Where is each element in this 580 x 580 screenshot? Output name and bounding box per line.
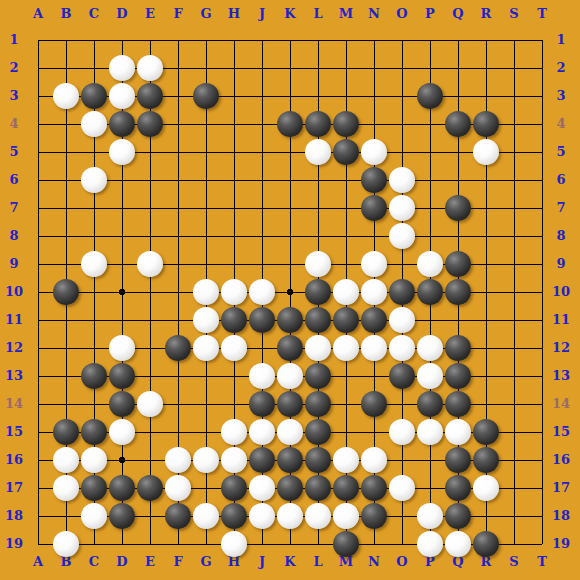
intersection-D8[interactable]	[108, 222, 136, 250]
intersection-D7[interactable]	[108, 194, 136, 222]
intersection-H13[interactable]	[220, 362, 248, 390]
intersection-D10[interactable]	[108, 278, 136, 306]
intersection-Q16[interactable]	[444, 446, 472, 474]
intersection-A16[interactable]	[24, 446, 52, 474]
intersection-F13[interactable]	[164, 362, 192, 390]
intersection-E11[interactable]	[136, 306, 164, 334]
intersection-B4[interactable]	[52, 110, 80, 138]
intersection-Q6[interactable]	[444, 166, 472, 194]
intersection-O17[interactable]	[388, 474, 416, 502]
intersection-H19[interactable]	[220, 530, 248, 558]
intersection-F19[interactable]	[164, 530, 192, 558]
intersection-S15[interactable]	[500, 418, 528, 446]
intersection-D9[interactable]	[108, 250, 136, 278]
intersection-R19[interactable]	[472, 530, 500, 558]
intersection-M18[interactable]	[332, 502, 360, 530]
intersection-A3[interactable]	[24, 82, 52, 110]
intersection-B18[interactable]	[52, 502, 80, 530]
intersection-A2[interactable]	[24, 54, 52, 82]
intersection-S6[interactable]	[500, 166, 528, 194]
intersection-M5[interactable]	[332, 138, 360, 166]
intersection-E10[interactable]	[136, 278, 164, 306]
intersection-K8[interactable]	[276, 222, 304, 250]
intersection-G1[interactable]	[192, 26, 220, 54]
intersection-O6[interactable]	[388, 166, 416, 194]
intersection-M8[interactable]	[332, 222, 360, 250]
intersection-C11[interactable]	[80, 306, 108, 334]
intersection-B6[interactable]	[52, 166, 80, 194]
intersection-B1[interactable]	[52, 26, 80, 54]
intersection-G2[interactable]	[192, 54, 220, 82]
intersection-G14[interactable]	[192, 390, 220, 418]
intersection-A4[interactable]	[24, 110, 52, 138]
intersection-R9[interactable]	[472, 250, 500, 278]
intersection-E6[interactable]	[136, 166, 164, 194]
intersection-C15[interactable]	[80, 418, 108, 446]
intersection-S4[interactable]	[500, 110, 528, 138]
intersection-H18[interactable]	[220, 502, 248, 530]
intersection-L9[interactable]	[304, 250, 332, 278]
intersection-K7[interactable]	[276, 194, 304, 222]
intersection-F9[interactable]	[164, 250, 192, 278]
intersection-Q14[interactable]	[444, 390, 472, 418]
intersection-O8[interactable]	[388, 222, 416, 250]
intersection-C9[interactable]	[80, 250, 108, 278]
intersection-N7[interactable]	[360, 194, 388, 222]
intersection-O12[interactable]	[388, 334, 416, 362]
intersection-R18[interactable]	[472, 502, 500, 530]
intersection-T19[interactable]	[528, 530, 556, 558]
intersection-N11[interactable]	[360, 306, 388, 334]
intersection-R14[interactable]	[472, 390, 500, 418]
intersection-S9[interactable]	[500, 250, 528, 278]
intersection-K12[interactable]	[276, 334, 304, 362]
intersection-S3[interactable]	[500, 82, 528, 110]
intersection-L8[interactable]	[304, 222, 332, 250]
intersection-Q8[interactable]	[444, 222, 472, 250]
intersection-R12[interactable]	[472, 334, 500, 362]
intersection-F11[interactable]	[164, 306, 192, 334]
intersection-M15[interactable]	[332, 418, 360, 446]
intersection-Q12[interactable]	[444, 334, 472, 362]
intersection-G16[interactable]	[192, 446, 220, 474]
intersection-P5[interactable]	[416, 138, 444, 166]
intersection-K3[interactable]	[276, 82, 304, 110]
intersection-E4[interactable]	[136, 110, 164, 138]
intersection-B19[interactable]	[52, 530, 80, 558]
intersection-M17[interactable]	[332, 474, 360, 502]
intersection-K6[interactable]	[276, 166, 304, 194]
intersection-M16[interactable]	[332, 446, 360, 474]
intersection-A5[interactable]	[24, 138, 52, 166]
intersection-N18[interactable]	[360, 502, 388, 530]
intersection-C6[interactable]	[80, 166, 108, 194]
intersection-P17[interactable]	[416, 474, 444, 502]
intersection-G18[interactable]	[192, 502, 220, 530]
intersection-P7[interactable]	[416, 194, 444, 222]
intersection-H6[interactable]	[220, 166, 248, 194]
intersection-M9[interactable]	[332, 250, 360, 278]
intersection-O15[interactable]	[388, 418, 416, 446]
intersection-M14[interactable]	[332, 390, 360, 418]
intersection-T8[interactable]	[528, 222, 556, 250]
intersection-P2[interactable]	[416, 54, 444, 82]
intersection-D12[interactable]	[108, 334, 136, 362]
intersection-L10[interactable]	[304, 278, 332, 306]
intersection-O1[interactable]	[388, 26, 416, 54]
intersection-M11[interactable]	[332, 306, 360, 334]
intersection-K2[interactable]	[276, 54, 304, 82]
intersection-Q13[interactable]	[444, 362, 472, 390]
intersection-Q5[interactable]	[444, 138, 472, 166]
intersection-O13[interactable]	[388, 362, 416, 390]
intersection-N1[interactable]	[360, 26, 388, 54]
intersection-A12[interactable]	[24, 334, 52, 362]
intersection-T14[interactable]	[528, 390, 556, 418]
intersection-B15[interactable]	[52, 418, 80, 446]
intersection-Q4[interactable]	[444, 110, 472, 138]
intersection-G9[interactable]	[192, 250, 220, 278]
intersection-C8[interactable]	[80, 222, 108, 250]
intersection-H8[interactable]	[220, 222, 248, 250]
intersection-N8[interactable]	[360, 222, 388, 250]
intersection-M2[interactable]	[332, 54, 360, 82]
intersection-A18[interactable]	[24, 502, 52, 530]
intersection-J6[interactable]	[248, 166, 276, 194]
intersection-C19[interactable]	[80, 530, 108, 558]
intersection-F14[interactable]	[164, 390, 192, 418]
intersection-D16[interactable]	[108, 446, 136, 474]
intersection-E13[interactable]	[136, 362, 164, 390]
intersection-N13[interactable]	[360, 362, 388, 390]
intersection-K11[interactable]	[276, 306, 304, 334]
intersection-O19[interactable]	[388, 530, 416, 558]
intersection-L18[interactable]	[304, 502, 332, 530]
intersection-E15[interactable]	[136, 418, 164, 446]
intersection-F18[interactable]	[164, 502, 192, 530]
intersection-H9[interactable]	[220, 250, 248, 278]
intersection-O5[interactable]	[388, 138, 416, 166]
intersection-K17[interactable]	[276, 474, 304, 502]
intersection-G6[interactable]	[192, 166, 220, 194]
intersection-K4[interactable]	[276, 110, 304, 138]
intersection-P18[interactable]	[416, 502, 444, 530]
intersection-D13[interactable]	[108, 362, 136, 390]
intersection-S18[interactable]	[500, 502, 528, 530]
intersection-E1[interactable]	[136, 26, 164, 54]
intersection-L15[interactable]	[304, 418, 332, 446]
intersection-T15[interactable]	[528, 418, 556, 446]
intersection-O3[interactable]	[388, 82, 416, 110]
intersection-N4[interactable]	[360, 110, 388, 138]
intersection-L1[interactable]	[304, 26, 332, 54]
intersection-T1[interactable]	[528, 26, 556, 54]
intersection-P19[interactable]	[416, 530, 444, 558]
intersection-Q18[interactable]	[444, 502, 472, 530]
intersection-G12[interactable]	[192, 334, 220, 362]
intersection-D1[interactable]	[108, 26, 136, 54]
intersection-R6[interactable]	[472, 166, 500, 194]
intersection-T11[interactable]	[528, 306, 556, 334]
intersection-E17[interactable]	[136, 474, 164, 502]
intersection-A1[interactable]	[24, 26, 52, 54]
intersection-D4[interactable]	[108, 110, 136, 138]
intersection-F10[interactable]	[164, 278, 192, 306]
intersection-Q2[interactable]	[444, 54, 472, 82]
intersection-A17[interactable]	[24, 474, 52, 502]
intersection-T6[interactable]	[528, 166, 556, 194]
intersection-K9[interactable]	[276, 250, 304, 278]
intersection-G11[interactable]	[192, 306, 220, 334]
intersection-G10[interactable]	[192, 278, 220, 306]
intersection-B8[interactable]	[52, 222, 80, 250]
intersection-F8[interactable]	[164, 222, 192, 250]
intersection-S19[interactable]	[500, 530, 528, 558]
intersection-Q19[interactable]	[444, 530, 472, 558]
intersection-R16[interactable]	[472, 446, 500, 474]
intersection-T12[interactable]	[528, 334, 556, 362]
intersection-T7[interactable]	[528, 194, 556, 222]
intersection-O4[interactable]	[388, 110, 416, 138]
intersection-J4[interactable]	[248, 110, 276, 138]
intersection-C2[interactable]	[80, 54, 108, 82]
intersection-Q17[interactable]	[444, 474, 472, 502]
intersection-L17[interactable]	[304, 474, 332, 502]
intersection-D11[interactable]	[108, 306, 136, 334]
intersection-S2[interactable]	[500, 54, 528, 82]
intersection-H7[interactable]	[220, 194, 248, 222]
intersection-N15[interactable]	[360, 418, 388, 446]
intersection-T4[interactable]	[528, 110, 556, 138]
intersection-F12[interactable]	[164, 334, 192, 362]
intersection-J10[interactable]	[248, 278, 276, 306]
intersection-T16[interactable]	[528, 446, 556, 474]
intersection-B13[interactable]	[52, 362, 80, 390]
intersection-P8[interactable]	[416, 222, 444, 250]
intersection-J14[interactable]	[248, 390, 276, 418]
intersection-F5[interactable]	[164, 138, 192, 166]
intersection-R13[interactable]	[472, 362, 500, 390]
intersection-N3[interactable]	[360, 82, 388, 110]
intersection-J17[interactable]	[248, 474, 276, 502]
intersection-B14[interactable]	[52, 390, 80, 418]
intersection-L12[interactable]	[304, 334, 332, 362]
intersection-H11[interactable]	[220, 306, 248, 334]
intersection-C4[interactable]	[80, 110, 108, 138]
intersection-S11[interactable]	[500, 306, 528, 334]
intersection-A13[interactable]	[24, 362, 52, 390]
intersection-T2[interactable]	[528, 54, 556, 82]
intersection-C14[interactable]	[80, 390, 108, 418]
intersection-M12[interactable]	[332, 334, 360, 362]
intersection-A14[interactable]	[24, 390, 52, 418]
intersection-F4[interactable]	[164, 110, 192, 138]
intersection-E7[interactable]	[136, 194, 164, 222]
intersection-P4[interactable]	[416, 110, 444, 138]
intersection-B5[interactable]	[52, 138, 80, 166]
intersection-L3[interactable]	[304, 82, 332, 110]
intersection-C7[interactable]	[80, 194, 108, 222]
intersection-Q7[interactable]	[444, 194, 472, 222]
intersection-P9[interactable]	[416, 250, 444, 278]
intersection-H5[interactable]	[220, 138, 248, 166]
intersection-D5[interactable]	[108, 138, 136, 166]
intersection-T10[interactable]	[528, 278, 556, 306]
intersection-M7[interactable]	[332, 194, 360, 222]
intersection-E2[interactable]	[136, 54, 164, 82]
intersection-C13[interactable]	[80, 362, 108, 390]
intersection-J18[interactable]	[248, 502, 276, 530]
intersection-G4[interactable]	[192, 110, 220, 138]
intersection-S12[interactable]	[500, 334, 528, 362]
intersection-N5[interactable]	[360, 138, 388, 166]
intersection-J11[interactable]	[248, 306, 276, 334]
intersection-K19[interactable]	[276, 530, 304, 558]
intersection-H3[interactable]	[220, 82, 248, 110]
intersection-C3[interactable]	[80, 82, 108, 110]
intersection-P3[interactable]	[416, 82, 444, 110]
intersection-J13[interactable]	[248, 362, 276, 390]
intersection-F17[interactable]	[164, 474, 192, 502]
intersection-P13[interactable]	[416, 362, 444, 390]
intersection-E5[interactable]	[136, 138, 164, 166]
intersection-T13[interactable]	[528, 362, 556, 390]
intersection-E19[interactable]	[136, 530, 164, 558]
intersection-L13[interactable]	[304, 362, 332, 390]
intersection-P10[interactable]	[416, 278, 444, 306]
intersection-R11[interactable]	[472, 306, 500, 334]
intersection-B12[interactable]	[52, 334, 80, 362]
intersection-Q3[interactable]	[444, 82, 472, 110]
intersection-E8[interactable]	[136, 222, 164, 250]
intersection-L5[interactable]	[304, 138, 332, 166]
intersection-H16[interactable]	[220, 446, 248, 474]
intersection-D18[interactable]	[108, 502, 136, 530]
intersection-L16[interactable]	[304, 446, 332, 474]
intersection-N2[interactable]	[360, 54, 388, 82]
intersection-S8[interactable]	[500, 222, 528, 250]
intersection-B17[interactable]	[52, 474, 80, 502]
intersection-J1[interactable]	[248, 26, 276, 54]
intersection-C5[interactable]	[80, 138, 108, 166]
intersection-S14[interactable]	[500, 390, 528, 418]
intersection-N6[interactable]	[360, 166, 388, 194]
intersection-D3[interactable]	[108, 82, 136, 110]
intersection-H17[interactable]	[220, 474, 248, 502]
intersection-L2[interactable]	[304, 54, 332, 82]
intersection-G3[interactable]	[192, 82, 220, 110]
intersection-M13[interactable]	[332, 362, 360, 390]
intersection-R5[interactable]	[472, 138, 500, 166]
intersection-D15[interactable]	[108, 418, 136, 446]
intersection-F16[interactable]	[164, 446, 192, 474]
intersection-D6[interactable]	[108, 166, 136, 194]
intersection-J16[interactable]	[248, 446, 276, 474]
intersection-S10[interactable]	[500, 278, 528, 306]
intersection-Q9[interactable]	[444, 250, 472, 278]
intersection-R3[interactable]	[472, 82, 500, 110]
intersection-L7[interactable]	[304, 194, 332, 222]
intersection-T5[interactable]	[528, 138, 556, 166]
intersection-A7[interactable]	[24, 194, 52, 222]
intersection-F2[interactable]	[164, 54, 192, 82]
intersection-S17[interactable]	[500, 474, 528, 502]
intersection-A10[interactable]	[24, 278, 52, 306]
intersection-Q1[interactable]	[444, 26, 472, 54]
intersection-D17[interactable]	[108, 474, 136, 502]
intersection-A6[interactable]	[24, 166, 52, 194]
intersection-J3[interactable]	[248, 82, 276, 110]
intersection-T9[interactable]	[528, 250, 556, 278]
intersection-G5[interactable]	[192, 138, 220, 166]
intersection-N14[interactable]	[360, 390, 388, 418]
intersection-D2[interactable]	[108, 54, 136, 82]
intersection-O16[interactable]	[388, 446, 416, 474]
intersection-G8[interactable]	[192, 222, 220, 250]
intersection-R1[interactable]	[472, 26, 500, 54]
intersection-P16[interactable]	[416, 446, 444, 474]
intersection-J5[interactable]	[248, 138, 276, 166]
intersection-M3[interactable]	[332, 82, 360, 110]
intersection-R2[interactable]	[472, 54, 500, 82]
intersection-P1[interactable]	[416, 26, 444, 54]
intersection-H1[interactable]	[220, 26, 248, 54]
intersection-R15[interactable]	[472, 418, 500, 446]
intersection-K18[interactable]	[276, 502, 304, 530]
intersection-G13[interactable]	[192, 362, 220, 390]
intersection-C16[interactable]	[80, 446, 108, 474]
intersection-J8[interactable]	[248, 222, 276, 250]
intersection-H4[interactable]	[220, 110, 248, 138]
intersection-H12[interactable]	[220, 334, 248, 362]
intersection-O14[interactable]	[388, 390, 416, 418]
intersection-L6[interactable]	[304, 166, 332, 194]
intersection-S16[interactable]	[500, 446, 528, 474]
intersection-M4[interactable]	[332, 110, 360, 138]
intersection-B9[interactable]	[52, 250, 80, 278]
intersection-M19[interactable]	[332, 530, 360, 558]
intersection-O10[interactable]	[388, 278, 416, 306]
intersection-D19[interactable]	[108, 530, 136, 558]
intersection-B7[interactable]	[52, 194, 80, 222]
intersection-R17[interactable]	[472, 474, 500, 502]
intersection-B16[interactable]	[52, 446, 80, 474]
intersection-N12[interactable]	[360, 334, 388, 362]
intersection-B2[interactable]	[52, 54, 80, 82]
intersection-J12[interactable]	[248, 334, 276, 362]
intersection-A11[interactable]	[24, 306, 52, 334]
intersection-L11[interactable]	[304, 306, 332, 334]
intersection-R7[interactable]	[472, 194, 500, 222]
intersection-D14[interactable]	[108, 390, 136, 418]
intersection-P11[interactable]	[416, 306, 444, 334]
intersection-M1[interactable]	[332, 26, 360, 54]
intersection-G15[interactable]	[192, 418, 220, 446]
intersection-N16[interactable]	[360, 446, 388, 474]
intersection-H15[interactable]	[220, 418, 248, 446]
intersection-P14[interactable]	[416, 390, 444, 418]
intersection-C17[interactable]	[80, 474, 108, 502]
intersection-J7[interactable]	[248, 194, 276, 222]
intersection-M6[interactable]	[332, 166, 360, 194]
intersection-O18[interactable]	[388, 502, 416, 530]
intersection-H14[interactable]	[220, 390, 248, 418]
intersection-O9[interactable]	[388, 250, 416, 278]
intersection-N19[interactable]	[360, 530, 388, 558]
intersection-A8[interactable]	[24, 222, 52, 250]
intersection-R4[interactable]	[472, 110, 500, 138]
intersection-N17[interactable]	[360, 474, 388, 502]
